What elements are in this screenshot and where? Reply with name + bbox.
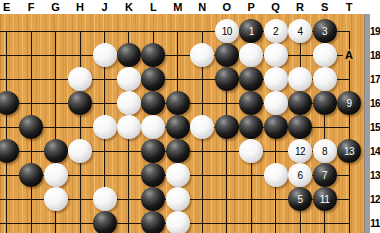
stone-K16[interactable] (117, 91, 141, 115)
row-label-16: 16 (370, 98, 380, 109)
column-label-R: R (296, 0, 304, 14)
row-label-19: 19 (370, 26, 380, 37)
column-label-O: O (222, 0, 231, 14)
stone-J12[interactable] (93, 187, 117, 211)
move-number: 8 (322, 146, 327, 157)
stone-J18[interactable] (93, 43, 117, 67)
stone-T14[interactable]: 13 (337, 139, 361, 163)
stone-R16[interactable] (288, 91, 312, 115)
stone-E16[interactable] (0, 91, 19, 115)
stone-P19[interactable]: 1 (239, 19, 263, 43)
column-label-P: P (248, 0, 255, 14)
stone-K15[interactable] (117, 115, 141, 139)
move-number: 4 (298, 26, 303, 37)
column-label-H: H (76, 0, 84, 14)
column-labels: EFGHJKLMNOPQRST (0, 0, 380, 14)
column-label-G: G (51, 0, 60, 14)
stone-P15[interactable] (239, 115, 263, 139)
move-number: 9 (346, 98, 351, 109)
stone-P14[interactable] (239, 139, 263, 163)
row-label-11: 11 (370, 218, 380, 229)
stone-Q13[interactable] (264, 163, 288, 187)
move-number: 12 (295, 146, 305, 157)
stone-J15[interactable] (93, 115, 117, 139)
go-board[interactable]: A10124391281367511 (0, 14, 364, 233)
stone-P17[interactable] (239, 67, 263, 91)
row-label-13: 13 (370, 170, 380, 181)
stone-M15[interactable] (166, 115, 190, 139)
stone-R19[interactable]: 4 (288, 19, 312, 43)
stone-J11[interactable] (93, 211, 117, 233)
move-number: 7 (322, 170, 327, 181)
stone-P18[interactable] (239, 43, 263, 67)
go-diagram: EFGHJKLMNOPQRST A10124391281367511 19181… (0, 0, 380, 233)
row-label-14: 14 (370, 146, 380, 157)
stone-O17[interactable] (215, 67, 239, 91)
stone-Q19[interactable]: 2 (264, 19, 288, 43)
stone-R17[interactable] (288, 67, 312, 91)
stone-S19[interactable]: 3 (313, 19, 337, 43)
stone-L15[interactable] (141, 115, 165, 139)
grid-line-col-T (349, 31, 350, 233)
move-number: 13 (344, 146, 354, 157)
stone-O15[interactable] (215, 115, 239, 139)
move-number: 5 (298, 194, 303, 205)
stone-F13[interactable] (19, 163, 43, 187)
stone-L14[interactable] (141, 139, 165, 163)
move-number: 6 (298, 170, 303, 181)
column-label-S: S (321, 0, 328, 14)
stone-H16[interactable] (68, 91, 92, 115)
stone-E14[interactable] (0, 139, 19, 163)
point-label-A-T18: A (343, 50, 355, 61)
column-label-E: E (3, 0, 10, 14)
stone-S14[interactable]: 8 (313, 139, 337, 163)
stone-Q18[interactable] (264, 43, 288, 67)
column-label-K: K (125, 0, 133, 14)
stone-O19[interactable]: 10 (215, 19, 239, 43)
grid-line-row-18 (0, 55, 350, 56)
stone-S16[interactable] (313, 91, 337, 115)
column-label-N: N (198, 0, 206, 14)
stone-M14[interactable] (166, 139, 190, 163)
stone-L11[interactable] (141, 211, 165, 233)
grid-line-col-H (80, 31, 81, 233)
stone-O18[interactable] (215, 43, 239, 67)
stone-K18[interactable] (117, 43, 141, 67)
stone-G12[interactable] (44, 187, 68, 211)
row-label-12: 12 (370, 194, 380, 205)
row-label-18: 18 (370, 50, 380, 61)
stone-L13[interactable] (141, 163, 165, 187)
stone-R13[interactable]: 6 (288, 163, 312, 187)
stone-S18[interactable] (313, 43, 337, 67)
grid-line-col-E (6, 31, 7, 233)
row-label-15: 15 (370, 122, 380, 133)
stone-G13[interactable] (44, 163, 68, 187)
stone-S13[interactable]: 7 (313, 163, 337, 187)
stone-K17[interactable] (117, 67, 141, 91)
stone-F15[interactable] (19, 115, 43, 139)
move-number: 1 (249, 26, 254, 37)
row-label-17: 17 (370, 74, 380, 85)
move-number: 2 (273, 26, 278, 37)
move-number: 10 (222, 26, 232, 37)
stone-R14[interactable]: 12 (288, 139, 312, 163)
stone-R15[interactable] (288, 115, 312, 139)
move-number: 3 (322, 26, 327, 37)
stone-Q16[interactable] (264, 91, 288, 115)
stone-Q17[interactable] (264, 67, 288, 91)
stone-L16[interactable] (141, 91, 165, 115)
column-label-T: T (346, 0, 353, 14)
column-label-F: F (28, 0, 35, 14)
stone-P16[interactable] (239, 91, 263, 115)
stone-H17[interactable] (68, 67, 92, 91)
column-label-M: M (173, 0, 182, 14)
stone-L12[interactable] (141, 187, 165, 211)
stone-N15[interactable] (190, 115, 214, 139)
stone-M11[interactable] (166, 211, 190, 233)
stone-M16[interactable] (166, 91, 190, 115)
stone-T16[interactable]: 9 (337, 91, 361, 115)
stone-S12[interactable]: 11 (313, 187, 337, 211)
stone-S17[interactable] (313, 67, 337, 91)
stone-L18[interactable] (141, 43, 165, 67)
column-label-Q: Q (271, 0, 280, 14)
stone-G14[interactable] (44, 139, 68, 163)
stone-R12[interactable]: 5 (288, 187, 312, 211)
column-label-J: J (101, 0, 107, 14)
stone-N18[interactable] (190, 43, 214, 67)
stone-H14[interactable] (68, 139, 92, 163)
stone-M12[interactable] (166, 187, 190, 211)
stone-L17[interactable] (141, 67, 165, 91)
stone-Q15[interactable] (264, 115, 288, 139)
move-number: 11 (320, 194, 329, 205)
column-label-L: L (150, 0, 157, 14)
row-labels: 191817161514131211 (370, 14, 380, 233)
stone-M13[interactable] (166, 163, 190, 187)
